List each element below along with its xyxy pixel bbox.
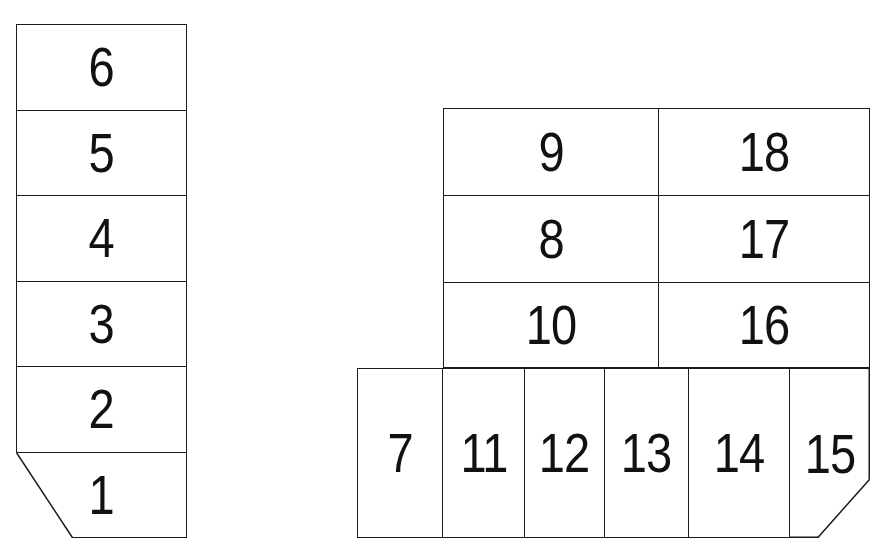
- cell-15-label: 15: [805, 426, 855, 482]
- bottom-row-block: 7 11 12 13 14 15: [357, 368, 870, 538]
- cell-12: 12: [524, 369, 604, 538]
- fuse-diagram: 6 5 4 3 2 1 9 18 8: [0, 0, 882, 556]
- cell-5: 5: [16, 111, 186, 197]
- cell-6-label: 6: [89, 39, 114, 95]
- cell-10: 10: [444, 283, 658, 367]
- cell-18: 18: [658, 109, 869, 196]
- cell-14-label: 14: [714, 425, 764, 481]
- cell-13-label: 13: [621, 425, 671, 481]
- cell-1-diagonal-edge: [17, 453, 73, 538]
- cell-4-label: 4: [89, 210, 114, 266]
- cell-4: 4: [16, 196, 186, 282]
- cell-15: 15: [789, 369, 870, 538]
- cell-8-label: 8: [538, 211, 563, 267]
- cell-17: 17: [658, 196, 869, 283]
- cell-16-label: 16: [739, 297, 789, 353]
- cell-16: 16: [658, 283, 869, 367]
- cell-2: 2: [16, 367, 186, 453]
- cell-12-label: 12: [539, 425, 589, 481]
- cell-13: 13: [604, 369, 688, 538]
- cell-11: 11: [442, 369, 524, 538]
- cell-3-label: 3: [89, 296, 114, 352]
- cell-1-label: 1: [88, 467, 113, 523]
- upper-right-block: 9 18 8 17 10 16: [443, 108, 870, 368]
- cell-15-diagonal-edge: [818, 480, 869, 538]
- cell-3: 3: [16, 282, 186, 368]
- cell-8: 8: [444, 196, 658, 283]
- cell-7-label: 7: [387, 425, 412, 481]
- cell-2-label: 2: [89, 381, 114, 437]
- cell-6: 6: [16, 25, 186, 111]
- cell-9: 9: [444, 109, 658, 196]
- cell-17-label: 17: [739, 211, 789, 267]
- cell-18-label: 18: [739, 124, 789, 180]
- cell-11-label: 11: [460, 425, 507, 481]
- cell-10-label: 10: [526, 297, 576, 353]
- cell-14: 14: [688, 369, 789, 538]
- cell-9-label: 9: [538, 124, 563, 180]
- cell-7: 7: [358, 369, 442, 538]
- left-column-block: 6 5 4 3 2 1: [16, 24, 187, 538]
- cell-1: 1: [16, 453, 186, 539]
- cell-5-label: 5: [89, 125, 114, 181]
